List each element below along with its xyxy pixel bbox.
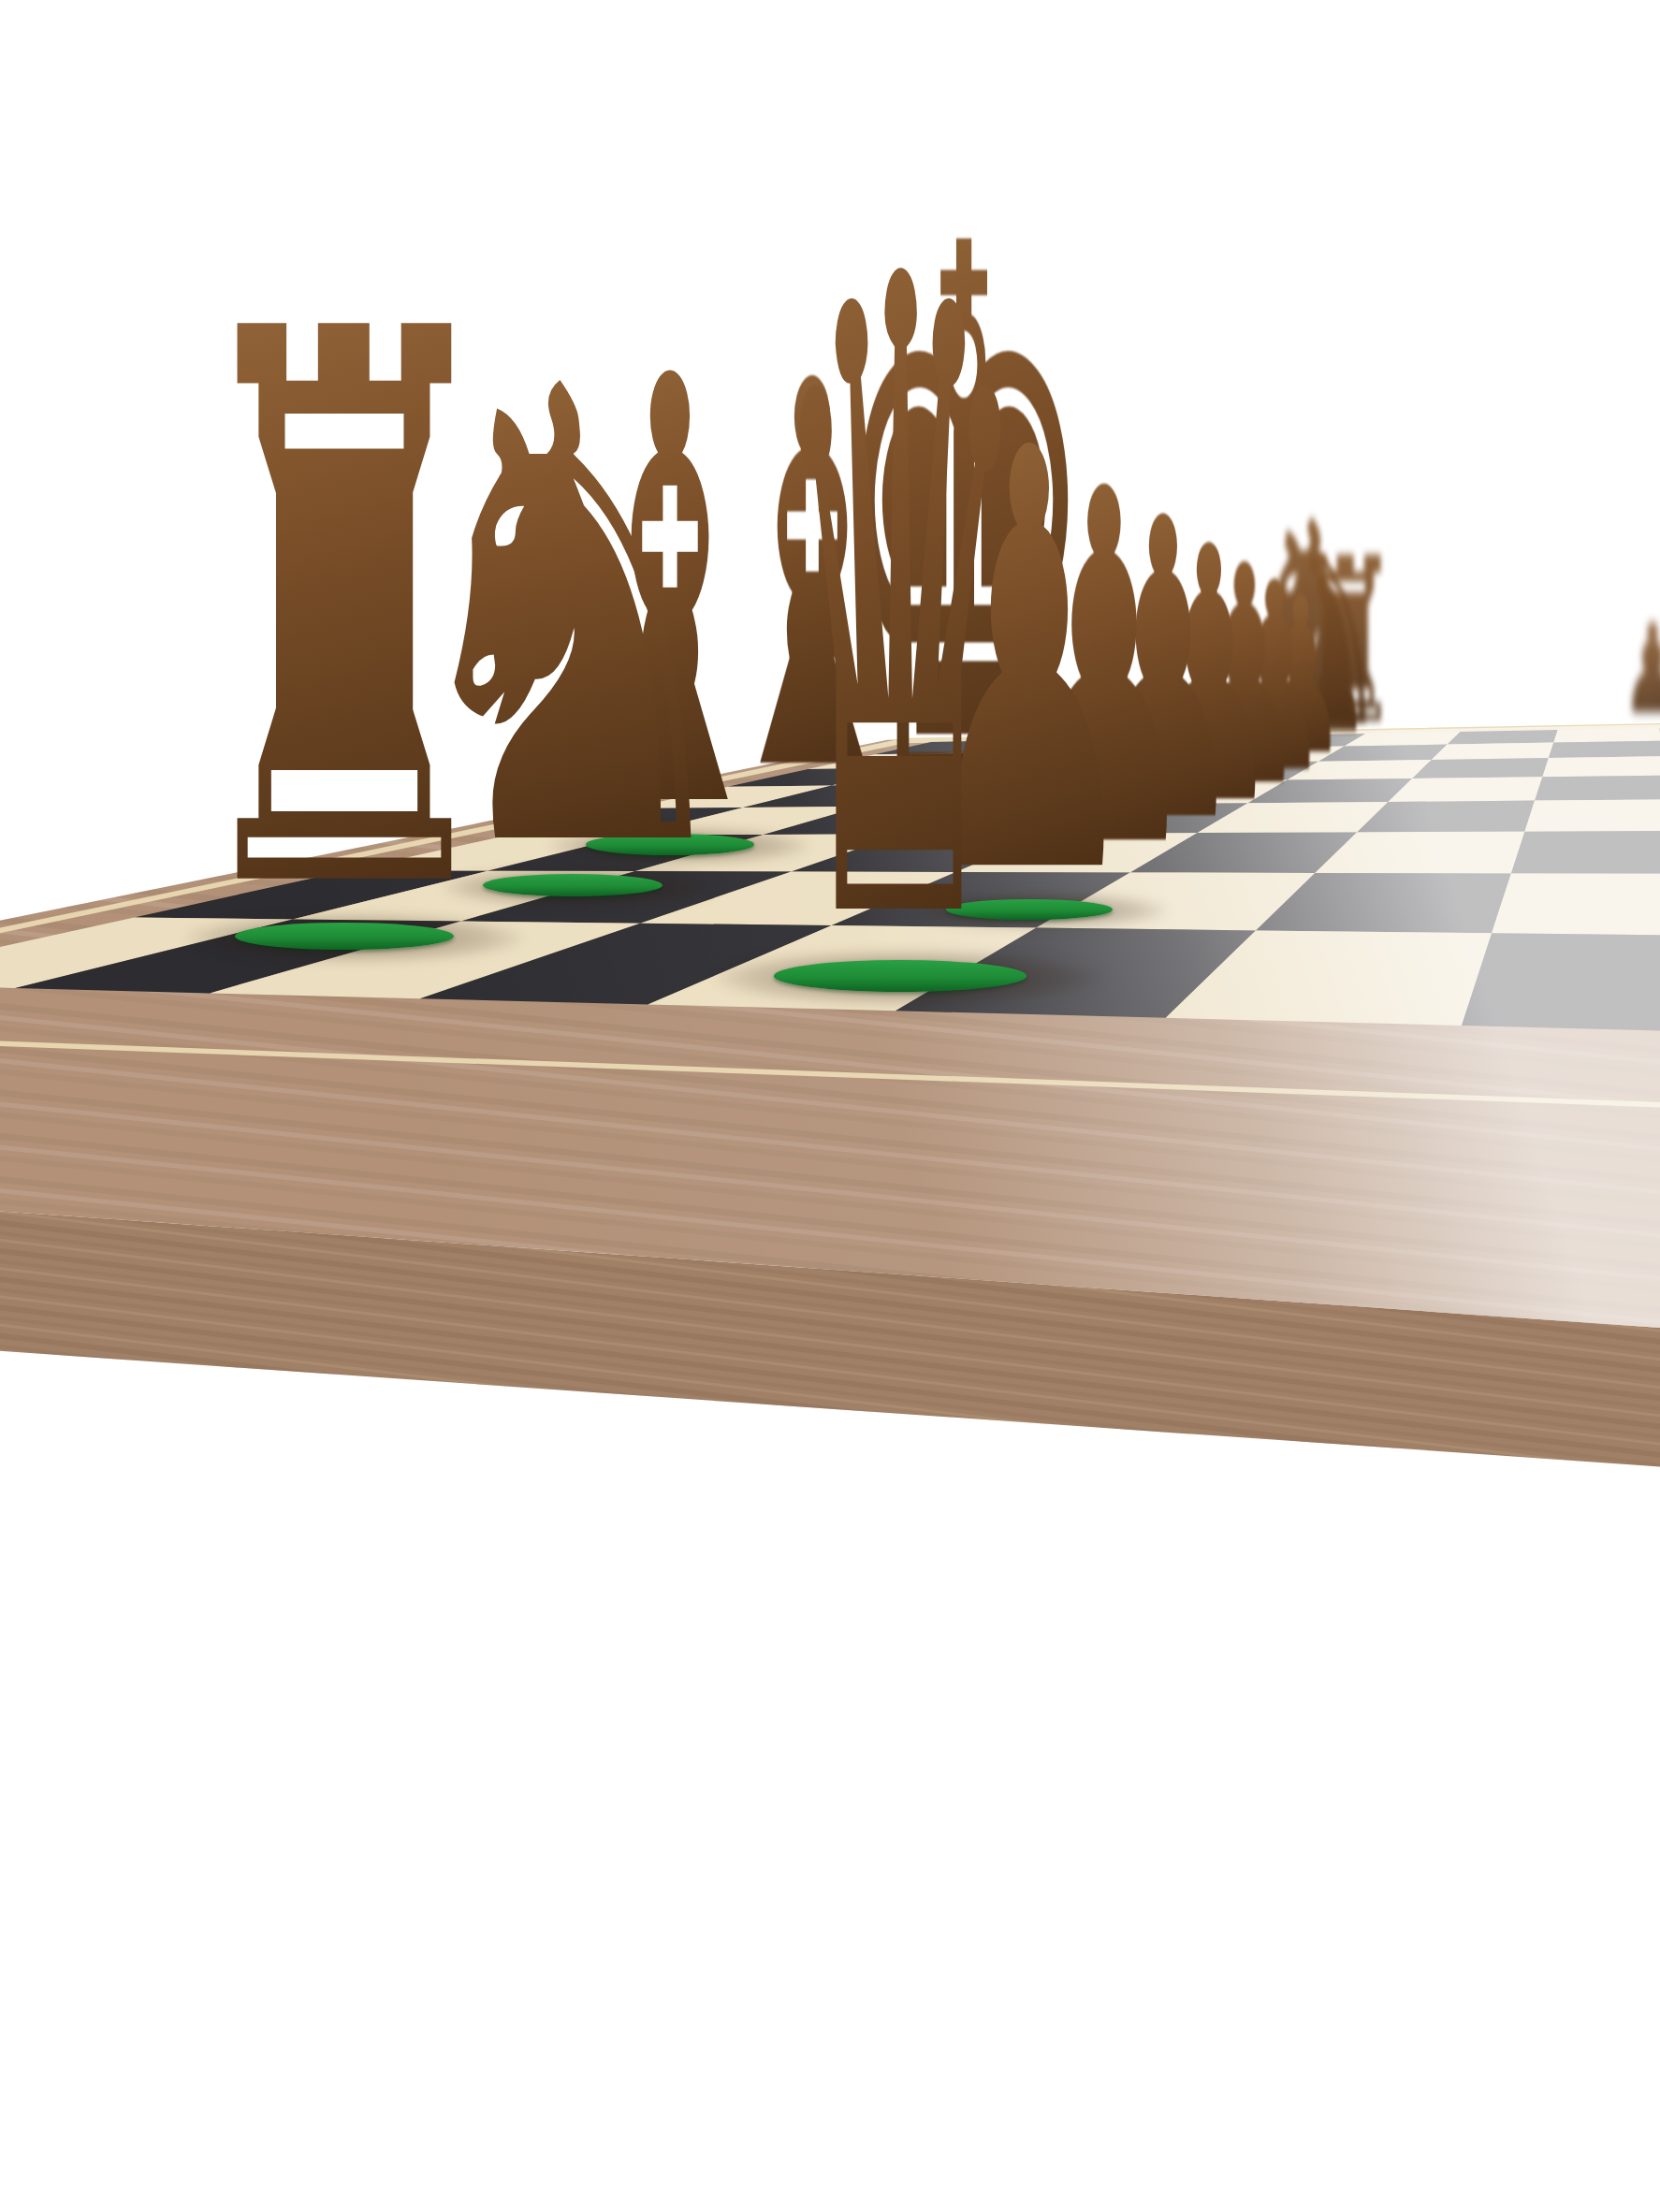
chess-set-product-photo: ♟♜♟♞♟♟♟♝♟♚♝♟♟♞♟♜♛ Low-angle photograph o…: [0, 0, 1660, 2212]
out-of-focus-piece: ♟: [1622, 608, 1660, 732]
piece-rook-a8: ♜: [174, 235, 515, 996]
piece-queen-d8: ♛: [766, 167, 1034, 1044]
chess-pieces-layer: ♟♜♟♞♟♟♟♝♟♚♝♟♟♞♟♜♛: [0, 0, 1660, 2212]
